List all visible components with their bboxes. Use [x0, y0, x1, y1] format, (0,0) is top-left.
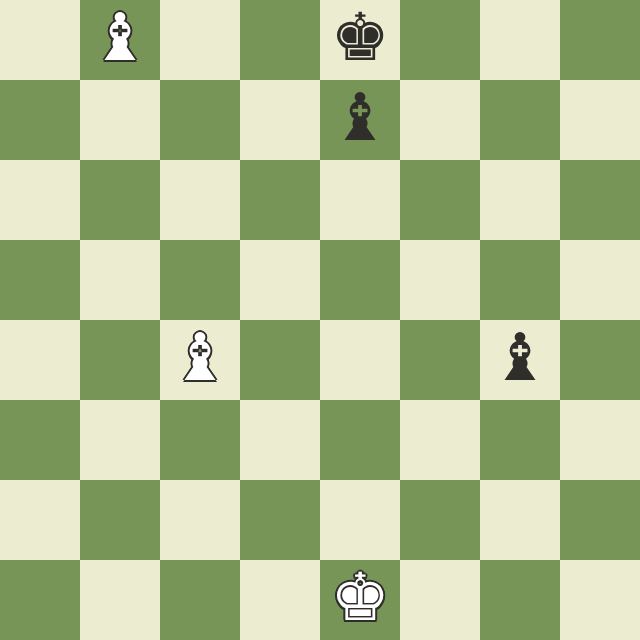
square-g5[interactable]: [480, 240, 560, 320]
square-f2[interactable]: [400, 480, 480, 560]
square-h7[interactable]: [560, 80, 640, 160]
square-f6[interactable]: [400, 160, 480, 240]
chess-board: ♝♚♝♝♝♚: [0, 0, 640, 640]
square-h8[interactable]: [560, 0, 640, 80]
square-d8[interactable]: [240, 0, 320, 80]
square-h6[interactable]: [560, 160, 640, 240]
square-c8[interactable]: [160, 0, 240, 80]
black-king[interactable]: ♚: [330, 5, 389, 71]
square-h5[interactable]: [560, 240, 640, 320]
square-h2[interactable]: [560, 480, 640, 560]
square-b5[interactable]: [80, 240, 160, 320]
square-h1[interactable]: [560, 560, 640, 640]
square-g1[interactable]: [480, 560, 560, 640]
square-h3[interactable]: [560, 400, 640, 480]
square-e7[interactable]: ♝: [320, 80, 400, 160]
square-a2[interactable]: [0, 480, 80, 560]
square-g3[interactable]: [480, 400, 560, 480]
white-king[interactable]: ♚: [330, 565, 389, 631]
square-d3[interactable]: [240, 400, 320, 480]
square-a5[interactable]: [0, 240, 80, 320]
square-f8[interactable]: [400, 0, 480, 80]
square-d2[interactable]: [240, 480, 320, 560]
square-g6[interactable]: [480, 160, 560, 240]
square-e8[interactable]: ♚: [320, 0, 400, 80]
square-d6[interactable]: [240, 160, 320, 240]
square-f4[interactable]: [400, 320, 480, 400]
square-a7[interactable]: [0, 80, 80, 160]
square-c7[interactable]: [160, 80, 240, 160]
black-bishop[interactable]: ♝: [330, 85, 389, 151]
square-f3[interactable]: [400, 400, 480, 480]
white-bishop[interactable]: ♝: [90, 5, 149, 71]
square-a6[interactable]: [0, 160, 80, 240]
black-bishop[interactable]: ♝: [490, 325, 549, 391]
square-f7[interactable]: [400, 80, 480, 160]
square-e6[interactable]: [320, 160, 400, 240]
square-b8[interactable]: ♝: [80, 0, 160, 80]
square-a3[interactable]: [0, 400, 80, 480]
square-c5[interactable]: [160, 240, 240, 320]
square-a8[interactable]: [0, 0, 80, 80]
square-e2[interactable]: [320, 480, 400, 560]
square-b3[interactable]: [80, 400, 160, 480]
square-h4[interactable]: [560, 320, 640, 400]
square-d1[interactable]: [240, 560, 320, 640]
square-c1[interactable]: [160, 560, 240, 640]
square-c4[interactable]: ♝: [160, 320, 240, 400]
square-c2[interactable]: [160, 480, 240, 560]
square-d5[interactable]: [240, 240, 320, 320]
square-e1[interactable]: ♚: [320, 560, 400, 640]
square-c6[interactable]: [160, 160, 240, 240]
square-c3[interactable]: [160, 400, 240, 480]
square-d7[interactable]: [240, 80, 320, 160]
square-b4[interactable]: [80, 320, 160, 400]
white-bishop[interactable]: ♝: [170, 325, 229, 391]
square-f1[interactable]: [400, 560, 480, 640]
square-b7[interactable]: [80, 80, 160, 160]
square-g2[interactable]: [480, 480, 560, 560]
square-g8[interactable]: [480, 0, 560, 80]
square-a4[interactable]: [0, 320, 80, 400]
square-e3[interactable]: [320, 400, 400, 480]
square-f5[interactable]: [400, 240, 480, 320]
square-b1[interactable]: [80, 560, 160, 640]
square-e4[interactable]: [320, 320, 400, 400]
square-b6[interactable]: [80, 160, 160, 240]
square-d4[interactable]: [240, 320, 320, 400]
square-b2[interactable]: [80, 480, 160, 560]
square-g4[interactable]: ♝: [480, 320, 560, 400]
square-g7[interactable]: [480, 80, 560, 160]
square-a1[interactable]: [0, 560, 80, 640]
square-e5[interactable]: [320, 240, 400, 320]
